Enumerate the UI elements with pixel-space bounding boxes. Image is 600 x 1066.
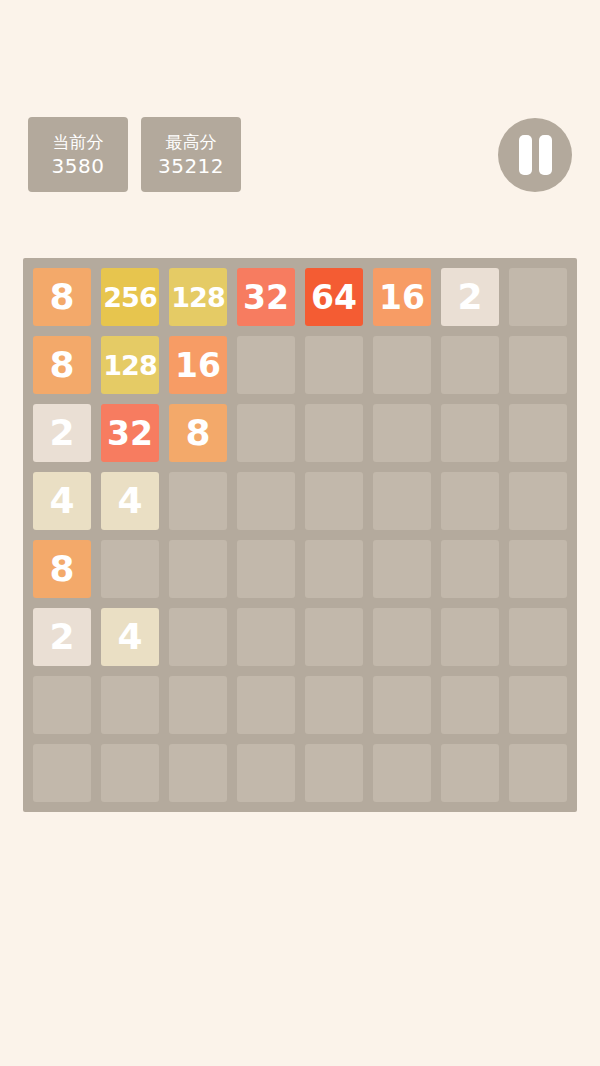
empty-cell-r5c3 <box>169 540 227 598</box>
pause-icon <box>519 135 532 175</box>
empty-cell-r3c8 <box>509 404 567 462</box>
empty-cell-r6c8 <box>509 608 567 666</box>
empty-cell-r2c6 <box>373 336 431 394</box>
best-score-label: 最高分 <box>166 134 217 151</box>
empty-cell-r6c3 <box>169 608 227 666</box>
empty-cell-r7c3 <box>169 676 227 734</box>
tile-256-r1c2: 256 <box>101 268 159 326</box>
tile-8-r2c1: 8 <box>33 336 91 394</box>
empty-cell-r3c5 <box>305 404 363 462</box>
empty-cell-r6c5 <box>305 608 363 666</box>
tile-8-r3c3: 8 <box>169 404 227 462</box>
pause-icon <box>539 135 552 175</box>
empty-cell-r6c4 <box>237 608 295 666</box>
empty-cell-r3c6 <box>373 404 431 462</box>
best-score-box: 最高分 35212 <box>141 117 241 192</box>
empty-cell-r4c5 <box>305 472 363 530</box>
tile-8-r1c1: 8 <box>33 268 91 326</box>
empty-cell-r4c6 <box>373 472 431 530</box>
tile-64-r1c5: 64 <box>305 268 363 326</box>
game-header: 当前分 3580 最高分 35212 <box>28 117 572 192</box>
empty-cell-r7c2 <box>101 676 159 734</box>
empty-cell-r7c5 <box>305 676 363 734</box>
tile-2-r3c1: 2 <box>33 404 91 462</box>
empty-cell-r5c8 <box>509 540 567 598</box>
empty-cell-r3c7 <box>441 404 499 462</box>
empty-cell-r3c4 <box>237 404 295 462</box>
empty-cell-r7c6 <box>373 676 431 734</box>
empty-cell-r4c8 <box>509 472 567 530</box>
pause-button[interactable] <box>498 118 572 192</box>
empty-cell-r2c4 <box>237 336 295 394</box>
tile-4-r6c2: 4 <box>101 608 159 666</box>
tile-32-r1c4: 32 <box>237 268 295 326</box>
empty-cell-r7c8 <box>509 676 567 734</box>
tile-8-r5c1: 8 <box>33 540 91 598</box>
empty-cell-r2c7 <box>441 336 499 394</box>
empty-cell-r7c4 <box>237 676 295 734</box>
empty-cell-r5c2 <box>101 540 159 598</box>
tile-16-r1c6: 16 <box>373 268 431 326</box>
game-board-2048[interactable]: 82561283264162812816232844824 <box>23 258 577 812</box>
empty-cell-r8c8 <box>509 744 567 802</box>
tile-4-r4c2: 4 <box>101 472 159 530</box>
empty-cell-r6c7 <box>441 608 499 666</box>
empty-cell-r4c3 <box>169 472 227 530</box>
current-score-value: 3580 <box>52 156 105 176</box>
current-score-box: 当前分 3580 <box>28 117 128 192</box>
empty-cell-r8c7 <box>441 744 499 802</box>
current-score-label: 当前分 <box>53 134 104 151</box>
empty-cell-r1c8 <box>509 268 567 326</box>
empty-cell-r5c6 <box>373 540 431 598</box>
tile-4-r4c1: 4 <box>33 472 91 530</box>
empty-cell-r5c5 <box>305 540 363 598</box>
empty-cell-r8c2 <box>101 744 159 802</box>
tile-128-r2c2: 128 <box>101 336 159 394</box>
empty-cell-r4c7 <box>441 472 499 530</box>
empty-cell-r2c5 <box>305 336 363 394</box>
score-group: 当前分 3580 最高分 35212 <box>28 117 241 192</box>
empty-cell-r4c4 <box>237 472 295 530</box>
tile-2-r6c1: 2 <box>33 608 91 666</box>
empty-cell-r8c1 <box>33 744 91 802</box>
empty-cell-r8c6 <box>373 744 431 802</box>
empty-cell-r8c3 <box>169 744 227 802</box>
empty-cell-r8c4 <box>237 744 295 802</box>
empty-cell-r7c7 <box>441 676 499 734</box>
empty-cell-r6c6 <box>373 608 431 666</box>
empty-cell-r2c8 <box>509 336 567 394</box>
empty-cell-r8c5 <box>305 744 363 802</box>
empty-cell-r7c1 <box>33 676 91 734</box>
tile-128-r1c3: 128 <box>169 268 227 326</box>
tile-2-r1c7: 2 <box>441 268 499 326</box>
tile-16-r2c3: 16 <box>169 336 227 394</box>
empty-cell-r5c4 <box>237 540 295 598</box>
best-score-value: 35212 <box>158 156 224 176</box>
empty-cell-r5c7 <box>441 540 499 598</box>
tile-32-r3c2: 32 <box>101 404 159 462</box>
